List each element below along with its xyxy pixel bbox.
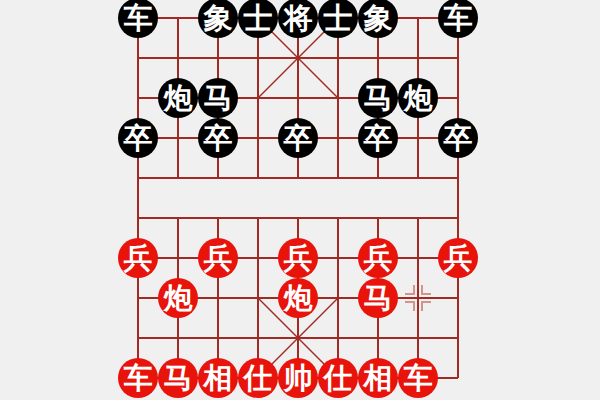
board-point[interactable]	[438, 38, 478, 78]
board-point[interactable]	[438, 278, 478, 318]
piece-black-车[interactable]: 车	[438, 0, 478, 38]
board-point[interactable]	[438, 198, 478, 238]
board-point[interactable]	[358, 158, 398, 198]
piece-black-卒[interactable]: 卒	[118, 118, 158, 158]
board-point[interactable]	[278, 78, 318, 118]
piece-red-兵[interactable]: 兵	[358, 238, 398, 278]
board-point[interactable]	[358, 198, 398, 238]
board-point[interactable]	[438, 158, 478, 198]
piece-black-卒[interactable]: 卒	[198, 118, 238, 158]
board-point[interactable]: 炮	[158, 78, 198, 118]
board-point[interactable]	[318, 198, 358, 238]
board-point[interactable]	[198, 278, 238, 318]
board-point[interactable]: 车	[118, 0, 158, 38]
board-point[interactable]	[398, 0, 438, 38]
board-point[interactable]: 马	[358, 78, 398, 118]
board-point[interactable]: 相	[198, 358, 238, 398]
piece-red-相[interactable]: 相	[358, 358, 398, 398]
board-point[interactable]: 仕	[238, 358, 278, 398]
board-point[interactable]	[278, 38, 318, 78]
piece-red-仕[interactable]: 仕	[238, 358, 278, 398]
piece-red-仕[interactable]: 仕	[318, 358, 358, 398]
board-point[interactable]	[398, 38, 438, 78]
board-point[interactable]	[318, 318, 358, 358]
board-point[interactable]: 车	[118, 358, 158, 398]
board-point[interactable]	[238, 238, 278, 278]
piece-black-士[interactable]: 士	[238, 0, 278, 38]
board-point[interactable]: 车	[438, 0, 478, 38]
board-point[interactable]	[318, 238, 358, 278]
board-point[interactable]	[158, 318, 198, 358]
board-point[interactable]	[118, 38, 158, 78]
piece-black-将[interactable]: 将	[278, 0, 318, 38]
board-point[interactable]	[398, 238, 438, 278]
board-point[interactable]: 车	[398, 358, 438, 398]
board-point[interactable]: 象	[358, 0, 398, 38]
piece-red-马[interactable]: 马	[358, 278, 398, 318]
piece-red-车[interactable]: 车	[118, 358, 158, 398]
piece-grid: 车象士将士象车炮马马炮卒卒卒卒卒兵兵兵兵兵炮炮马车马相仕帅仕相车	[118, 0, 478, 398]
board-point[interactable]: 帅	[278, 358, 318, 398]
piece-black-士[interactable]: 士	[318, 0, 358, 38]
board-point[interactable]	[318, 118, 358, 158]
board-point[interactable]: 卒	[438, 118, 478, 158]
board-point[interactable]: 士	[318, 0, 358, 38]
piece-red-兵[interactable]: 兵	[118, 238, 158, 278]
piece-black-象[interactable]: 象	[358, 0, 398, 38]
board-point[interactable]	[158, 238, 198, 278]
board-point[interactable]	[118, 278, 158, 318]
board-point[interactable]	[238, 118, 278, 158]
piece-red-车[interactable]: 车	[398, 358, 438, 398]
board-point[interactable]	[318, 38, 358, 78]
piece-black-车[interactable]: 车	[118, 0, 158, 38]
piece-red-马[interactable]: 马	[158, 358, 198, 398]
piece-red-炮[interactable]: 炮	[158, 278, 198, 318]
board-point[interactable]	[398, 198, 438, 238]
piece-black-马[interactable]: 马	[198, 78, 238, 118]
board-point[interactable]	[238, 278, 278, 318]
board-point[interactable]	[318, 158, 358, 198]
board-point[interactable]	[398, 278, 438, 318]
board-point[interactable]	[198, 198, 238, 238]
board-point[interactable]	[158, 198, 198, 238]
board-point[interactable]: 卒	[118, 118, 158, 158]
board-point[interactable]: 卒	[198, 118, 238, 158]
board-point[interactable]	[238, 198, 278, 238]
piece-black-马[interactable]: 马	[358, 78, 398, 118]
board-point[interactable]	[198, 158, 238, 198]
board-point[interactable]	[358, 38, 398, 78]
board-point[interactable]	[158, 38, 198, 78]
board-point[interactable]	[158, 158, 198, 198]
board-point[interactable]	[278, 318, 318, 358]
board-point[interactable]	[198, 38, 238, 78]
board-point[interactable]	[278, 158, 318, 198]
board-point[interactable]	[238, 78, 278, 118]
board-point[interactable]: 象	[198, 0, 238, 38]
board-point[interactable]	[398, 118, 438, 158]
board-point[interactable]	[438, 358, 478, 398]
piece-red-兵[interactable]: 兵	[198, 238, 238, 278]
board-point[interactable]: 炮	[158, 278, 198, 318]
piece-red-相[interactable]: 相	[198, 358, 238, 398]
board-point[interactable]	[398, 158, 438, 198]
board-point[interactable]	[318, 278, 358, 318]
piece-black-炮[interactable]: 炮	[398, 78, 438, 118]
board-point[interactable]: 兵	[198, 238, 238, 278]
board-point[interactable]: 相	[358, 358, 398, 398]
board-point[interactable]	[198, 318, 238, 358]
board-point[interactable]	[238, 158, 278, 198]
board-point[interactable]	[438, 78, 478, 118]
xiangqi-board: 车象士将士象车炮马马炮卒卒卒卒卒兵兵兵兵兵炮炮马车马相仕帅仕相车	[0, 0, 600, 400]
board-point[interactable]	[358, 318, 398, 358]
board-point[interactable]: 仕	[318, 358, 358, 398]
piece-red-兵[interactable]: 兵	[278, 238, 318, 278]
board-point[interactable]: 将	[278, 0, 318, 38]
piece-red-炮[interactable]: 炮	[278, 278, 318, 318]
board-point[interactable]	[118, 158, 158, 198]
piece-black-卒[interactable]: 卒	[278, 118, 318, 158]
board-point[interactable]	[318, 78, 358, 118]
piece-black-卒[interactable]: 卒	[358, 118, 398, 158]
board-point[interactable]	[158, 118, 198, 158]
board-point[interactable]: 炮	[398, 78, 438, 118]
board-point[interactable]: 马	[358, 278, 398, 318]
board-point[interactable]: 士	[238, 0, 278, 38]
board-point[interactable]	[118, 78, 158, 118]
board-point[interactable]	[238, 318, 278, 358]
piece-black-卒[interactable]: 卒	[438, 118, 478, 158]
board-point[interactable]: 兵	[358, 238, 398, 278]
board-point[interactable]: 炮	[278, 278, 318, 318]
piece-black-象[interactable]: 象	[198, 0, 238, 38]
board-point[interactable]	[158, 0, 198, 38]
board-point[interactable]: 兵	[438, 238, 478, 278]
board-point[interactable]	[398, 318, 438, 358]
board-point[interactable]	[238, 38, 278, 78]
piece-black-炮[interactable]: 炮	[158, 78, 198, 118]
board-point[interactable]	[118, 318, 158, 358]
piece-red-帅[interactable]: 帅	[278, 358, 318, 398]
piece-red-兵[interactable]: 兵	[438, 238, 478, 278]
board-point[interactable]	[438, 318, 478, 358]
board-point[interactable]	[118, 198, 158, 238]
board-point[interactable]	[278, 198, 318, 238]
board-point[interactable]: 兵	[278, 238, 318, 278]
board-point[interactable]: 马	[158, 358, 198, 398]
board-point[interactable]: 马	[198, 78, 238, 118]
board-point[interactable]: 兵	[118, 238, 158, 278]
board-point[interactable]: 卒	[278, 118, 318, 158]
board-point[interactable]: 卒	[358, 118, 398, 158]
